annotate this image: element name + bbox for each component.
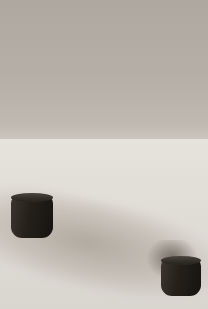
board-foot-near	[161, 259, 201, 296]
chess-set-photo	[0, 0, 208, 309]
background-wall	[0, 0, 208, 141]
